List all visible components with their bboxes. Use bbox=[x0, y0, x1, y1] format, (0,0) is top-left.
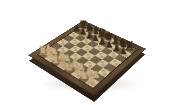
board-square-b4 bbox=[63, 42, 75, 49]
board-square-a8: ♜ bbox=[79, 25, 90, 31]
chess-piece-black-p: ♟ bbox=[105, 40, 114, 49]
board-square-e5 bbox=[88, 48, 100, 56]
board-square-c4 bbox=[69, 45, 81, 52]
chess-piece-black-p: ♟ bbox=[85, 31, 93, 39]
chess-piece-black-b: ♝ bbox=[91, 25, 99, 36]
chess-piece-black-r: ♜ bbox=[124, 40, 133, 52]
board-square-a2: ♟ bbox=[45, 46, 57, 54]
chess-piece-black-n: ♞ bbox=[85, 22, 93, 33]
board-square-c8: ♝ bbox=[91, 30, 102, 37]
chess-piece-white-b: ♝ bbox=[50, 52, 59, 65]
board-square-a4 bbox=[57, 39, 69, 46]
board-square-d6 bbox=[87, 41, 99, 48]
chess-piece-black-r: ♜ bbox=[79, 19, 87, 30]
chess-piece-black-n: ♞ bbox=[117, 37, 126, 49]
chess-set-product-photo[interactable]: ♜♞♝♛♚♝♞♜♟♟♟♟♟♟♟♟♟♟♟♟♟♟♟♟♜♞♝♛♚♝♞♜ bbox=[0, 0, 175, 105]
chess-piece-white-n: ♞ bbox=[44, 48, 53, 60]
board-square-d5 bbox=[81, 45, 93, 52]
board-square-a7: ♟ bbox=[74, 28, 85, 34]
chess-piece-black-p: ♟ bbox=[92, 34, 100, 43]
board-square-e7: ♟ bbox=[99, 40, 111, 47]
chess-piece-white-p: ♟ bbox=[50, 47, 59, 56]
board-square-a3 bbox=[51, 43, 63, 50]
board-square-c6 bbox=[81, 38, 93, 45]
board-square-c7: ♟ bbox=[86, 34, 98, 41]
chess-piece-black-p: ♟ bbox=[98, 37, 106, 46]
board-square-b3 bbox=[57, 46, 69, 54]
board-square-d7: ♟ bbox=[92, 37, 104, 44]
board-square-f8: ♝ bbox=[111, 39, 123, 46]
chess-piece-black-k: ♚ bbox=[104, 31, 112, 42]
board-square-b6 bbox=[74, 35, 86, 42]
board-square-b5 bbox=[69, 38, 81, 45]
board-square-b7: ♟ bbox=[80, 31, 91, 38]
board-square-f7: ♟ bbox=[106, 43, 118, 50]
chess-piece-black-b: ♝ bbox=[110, 34, 118, 46]
chess-piece-black-p: ♟ bbox=[112, 44, 121, 53]
board-square-e6 bbox=[94, 44, 106, 51]
board-square-g8: ♞ bbox=[118, 43, 130, 50]
board-square-e8: ♚ bbox=[104, 36, 116, 43]
chess-piece-black-q: ♛ bbox=[97, 28, 105, 39]
chess-piece-black-p: ♟ bbox=[73, 25, 81, 33]
chess-piece-white-p: ♟ bbox=[44, 44, 53, 53]
chess-piece-black-p: ♟ bbox=[79, 28, 87, 36]
board-square-d8: ♛ bbox=[97, 33, 108, 40]
board-square-g7: ♟ bbox=[113, 47, 125, 55]
board-square-b8: ♞ bbox=[85, 28, 96, 34]
board-square-c5 bbox=[75, 41, 87, 48]
board-square-a5 bbox=[63, 35, 75, 42]
board-square-a6 bbox=[68, 32, 79, 39]
chess-piece-white-r: ♜ bbox=[37, 45, 46, 57]
